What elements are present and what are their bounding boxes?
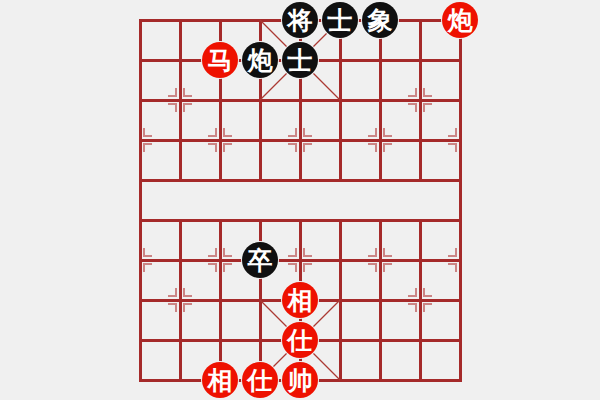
- board-point-4-7: 相: [280, 280, 320, 320]
- xiangqi-board: 将士象炮马炮士卒相仕相仕帅: [0, 0, 600, 400]
- board-point-3-6: 卒: [240, 240, 280, 280]
- piece-red-advisor[interactable]: 仕: [282, 322, 318, 358]
- piece-black-advisor[interactable]: 士: [322, 2, 358, 38]
- board-point-3-1: 炮: [240, 40, 280, 80]
- board-point-5-0: 士: [320, 0, 360, 40]
- board-point-4-0: 将: [280, 0, 320, 40]
- piece-layer: 将士象炮马炮士卒相仕相仕帅: [120, 0, 480, 400]
- piece-red-general[interactable]: 帅: [282, 362, 318, 398]
- board-point-6-0: 象: [360, 0, 400, 40]
- piece-black-advisor[interactable]: 士: [282, 42, 318, 78]
- piece-red-elephant[interactable]: 相: [202, 362, 238, 398]
- piece-black-soldier[interactable]: 卒: [242, 242, 278, 278]
- piece-black-cannon[interactable]: 炮: [242, 42, 278, 78]
- piece-red-advisor[interactable]: 仕: [242, 362, 278, 398]
- piece-black-elephant[interactable]: 象: [362, 2, 398, 38]
- piece-red-cannon[interactable]: 炮: [442, 2, 478, 38]
- board-point-8-0: 炮: [440, 0, 480, 40]
- board-point-4-1: 士: [280, 40, 320, 80]
- board-point-2-1: 马: [200, 40, 240, 80]
- piece-red-horse[interactable]: 马: [202, 42, 238, 78]
- board-point-4-9: 帅: [280, 360, 320, 400]
- piece-black-general[interactable]: 将: [282, 2, 318, 38]
- piece-red-elephant[interactable]: 相: [282, 282, 318, 318]
- board-point-2-9: 相: [200, 360, 240, 400]
- board-point-4-8: 仕: [280, 320, 320, 360]
- board-point-3-9: 仕: [240, 360, 280, 400]
